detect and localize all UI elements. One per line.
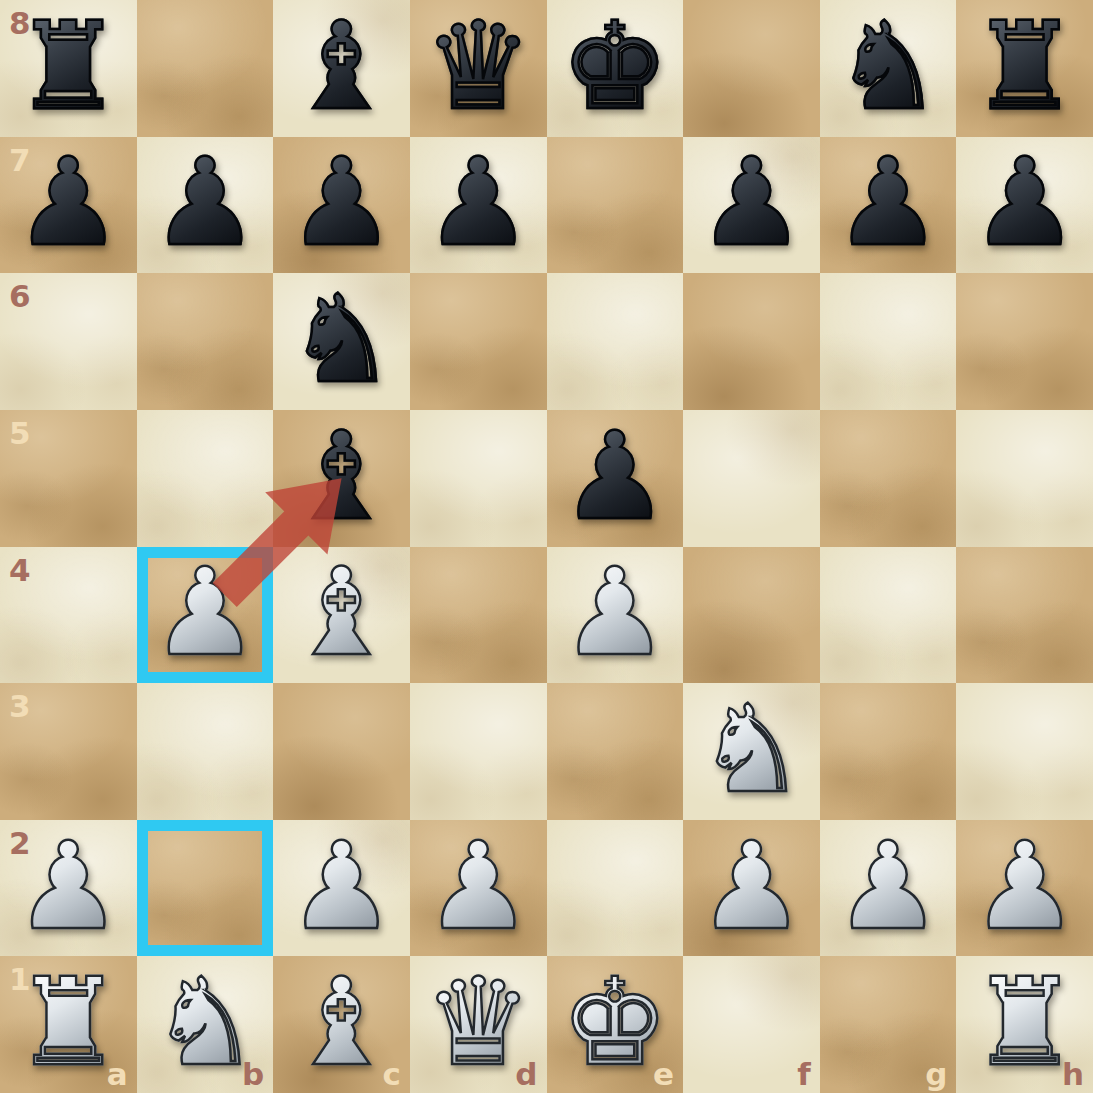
square-e6[interactable] bbox=[547, 273, 684, 410]
square-c1[interactable]: c♝ bbox=[273, 956, 410, 1093]
square-e7[interactable] bbox=[547, 137, 684, 274]
piece-white-pawn[interactable]: ♟ bbox=[14, 826, 122, 947]
rank-label-6: 6 bbox=[9, 278, 31, 314]
piece-white-pawn[interactable]: ♟ bbox=[834, 826, 942, 947]
square-g2[interactable]: ♟ bbox=[820, 820, 957, 957]
piece-white-pawn[interactable]: ♟ bbox=[151, 552, 259, 673]
square-a4[interactable]: 4 bbox=[0, 547, 137, 684]
piece-black-pawn[interactable]: ♟ bbox=[970, 142, 1078, 263]
square-c6[interactable]: ♞ bbox=[273, 273, 410, 410]
piece-white-pawn[interactable]: ♟ bbox=[424, 826, 532, 947]
piece-black-knight[interactable]: ♞ bbox=[287, 279, 395, 400]
piece-white-bishop[interactable]: ♝ bbox=[287, 552, 395, 673]
square-g3[interactable] bbox=[820, 683, 957, 820]
square-e1[interactable]: e♚ bbox=[547, 956, 684, 1093]
square-e4[interactable]: ♟ bbox=[547, 547, 684, 684]
square-d1[interactable]: d♛ bbox=[410, 956, 547, 1093]
square-e5[interactable]: ♟ bbox=[547, 410, 684, 547]
piece-white-pawn[interactable]: ♟ bbox=[970, 826, 1078, 947]
square-h8[interactable]: ♜ bbox=[956, 0, 1093, 137]
square-g5[interactable] bbox=[820, 410, 957, 547]
square-a7[interactable]: 7♟ bbox=[0, 137, 137, 274]
piece-black-queen[interactable]: ♛ bbox=[424, 6, 532, 127]
piece-black-rook[interactable]: ♜ bbox=[970, 6, 1078, 127]
piece-black-pawn[interactable]: ♟ bbox=[287, 142, 395, 263]
square-f8[interactable] bbox=[683, 0, 820, 137]
square-c2[interactable]: ♟ bbox=[273, 820, 410, 957]
piece-black-pawn[interactable]: ♟ bbox=[14, 142, 122, 263]
file-label-g: g bbox=[925, 1056, 947, 1092]
rank-label-5: 5 bbox=[9, 415, 31, 451]
square-a1[interactable]: 1a♜ bbox=[0, 956, 137, 1093]
square-b3[interactable] bbox=[137, 683, 274, 820]
file-label-f: f bbox=[797, 1056, 811, 1092]
square-d3[interactable] bbox=[410, 683, 547, 820]
square-c5[interactable]: ♝ bbox=[273, 410, 410, 547]
piece-black-king[interactable]: ♚ bbox=[561, 6, 669, 127]
square-g8[interactable]: ♞ bbox=[820, 0, 957, 137]
square-g7[interactable]: ♟ bbox=[820, 137, 957, 274]
square-a3[interactable]: 3 bbox=[0, 683, 137, 820]
square-d8[interactable]: ♛ bbox=[410, 0, 547, 137]
square-b1[interactable]: b♞ bbox=[137, 956, 274, 1093]
piece-black-pawn[interactable]: ♟ bbox=[424, 142, 532, 263]
square-a5[interactable]: 5 bbox=[0, 410, 137, 547]
board-grid: 8♜♝♛♚♞♜7♟♟♟♟♟♟♟6♞5♝♟4♟♝♟3♞2♟♟♟♟♟♟1a♜b♞c♝… bbox=[0, 0, 1093, 1093]
square-c8[interactable]: ♝ bbox=[273, 0, 410, 137]
piece-white-pawn[interactable]: ♟ bbox=[287, 826, 395, 947]
square-b5[interactable] bbox=[137, 410, 274, 547]
piece-black-bishop[interactable]: ♝ bbox=[287, 6, 395, 127]
square-b7[interactable]: ♟ bbox=[137, 137, 274, 274]
piece-white-pawn[interactable]: ♟ bbox=[697, 826, 805, 947]
square-h4[interactable] bbox=[956, 547, 1093, 684]
square-e3[interactable] bbox=[547, 683, 684, 820]
piece-white-knight[interactable]: ♞ bbox=[151, 962, 259, 1083]
square-d7[interactable]: ♟ bbox=[410, 137, 547, 274]
square-f3[interactable]: ♞ bbox=[683, 683, 820, 820]
square-c4[interactable]: ♝ bbox=[273, 547, 410, 684]
square-a2[interactable]: 2♟ bbox=[0, 820, 137, 957]
highlight-square-b2 bbox=[137, 820, 274, 957]
piece-black-knight[interactable]: ♞ bbox=[834, 6, 942, 127]
square-b2[interactable] bbox=[137, 820, 274, 957]
piece-white-bishop[interactable]: ♝ bbox=[287, 962, 395, 1083]
rank-label-3: 3 bbox=[9, 688, 31, 724]
rank-label-4: 4 bbox=[9, 552, 31, 588]
square-b6[interactable] bbox=[137, 273, 274, 410]
square-c3[interactable] bbox=[273, 683, 410, 820]
piece-white-king[interactable]: ♚ bbox=[561, 962, 669, 1083]
square-h3[interactable] bbox=[956, 683, 1093, 820]
square-h6[interactable] bbox=[956, 273, 1093, 410]
piece-white-rook[interactable]: ♜ bbox=[14, 962, 122, 1083]
piece-black-pawn[interactable]: ♟ bbox=[561, 416, 669, 537]
square-f1[interactable]: f bbox=[683, 956, 820, 1093]
square-h2[interactable]: ♟ bbox=[956, 820, 1093, 957]
square-b4[interactable]: ♟ bbox=[137, 547, 274, 684]
square-c7[interactable]: ♟ bbox=[273, 137, 410, 274]
square-f2[interactable]: ♟ bbox=[683, 820, 820, 957]
square-f7[interactable]: ♟ bbox=[683, 137, 820, 274]
piece-white-pawn[interactable]: ♟ bbox=[561, 552, 669, 673]
square-h1[interactable]: h♜ bbox=[956, 956, 1093, 1093]
square-d2[interactable]: ♟ bbox=[410, 820, 547, 957]
square-g6[interactable] bbox=[820, 273, 957, 410]
square-g1[interactable]: g bbox=[820, 956, 957, 1093]
piece-white-knight[interactable]: ♞ bbox=[697, 689, 805, 810]
square-f5[interactable] bbox=[683, 410, 820, 547]
square-d6[interactable] bbox=[410, 273, 547, 410]
piece-white-queen[interactable]: ♛ bbox=[424, 962, 532, 1083]
square-f6[interactable] bbox=[683, 273, 820, 410]
square-a6[interactable]: 6 bbox=[0, 273, 137, 410]
square-d4[interactable] bbox=[410, 547, 547, 684]
piece-black-pawn[interactable]: ♟ bbox=[151, 142, 259, 263]
square-h7[interactable]: ♟ bbox=[956, 137, 1093, 274]
piece-black-rook[interactable]: ♜ bbox=[14, 6, 122, 127]
chess-board: 8♜♝♛♚♞♜7♟♟♟♟♟♟♟6♞5♝♟4♟♝♟3♞2♟♟♟♟♟♟1a♜b♞c♝… bbox=[0, 0, 1093, 1093]
square-h5[interactable] bbox=[956, 410, 1093, 547]
square-g4[interactable] bbox=[820, 547, 957, 684]
square-a8[interactable]: 8♜ bbox=[0, 0, 137, 137]
piece-black-pawn[interactable]: ♟ bbox=[834, 142, 942, 263]
square-e8[interactable]: ♚ bbox=[547, 0, 684, 137]
square-f4[interactable] bbox=[683, 547, 820, 684]
piece-white-rook[interactable]: ♜ bbox=[970, 962, 1078, 1083]
square-d5[interactable] bbox=[410, 410, 547, 547]
piece-black-bishop[interactable]: ♝ bbox=[287, 416, 395, 537]
square-e2[interactable] bbox=[547, 820, 684, 957]
piece-black-pawn[interactable]: ♟ bbox=[697, 142, 805, 263]
square-b8[interactable] bbox=[137, 0, 274, 137]
